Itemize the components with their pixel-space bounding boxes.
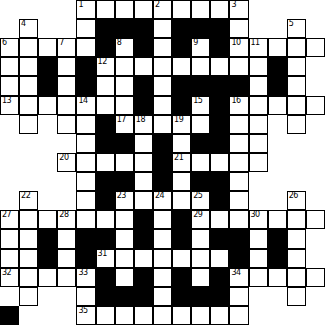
outside-area — [306, 172, 325, 191]
clue-number-5: 5 — [289, 19, 294, 29]
outside-area — [38, 134, 57, 153]
letter-cell-r3c15[interactable] — [287, 57, 306, 76]
letter-cell-r10c7[interactable] — [134, 191, 153, 210]
block-cell-r5c9 — [172, 96, 191, 115]
outside-area — [249, 306, 268, 325]
outside-area — [306, 191, 325, 210]
clue-number-32: 32 — [2, 268, 11, 278]
outside-area — [38, 287, 57, 306]
letter-cell-r4c5[interactable] — [96, 76, 115, 95]
letter-cell-r14c6[interactable] — [115, 268, 134, 287]
letter-cell-r0c8[interactable]: 2 — [153, 0, 172, 19]
letter-cell-r4c6[interactable] — [115, 76, 134, 95]
block-cell-r14c9 — [172, 268, 191, 287]
outside-area — [57, 306, 76, 325]
letter-cell-r3c5[interactable]: 12 — [96, 57, 115, 76]
letter-cell-r10c12[interactable] — [229, 191, 248, 210]
outside-area — [38, 115, 57, 134]
letter-cell-r13c13[interactable] — [249, 249, 268, 268]
letter-cell-r8c13[interactable] — [249, 153, 268, 172]
letter-cell-r1c8[interactable] — [153, 19, 172, 38]
letter-cell-r16c6[interactable] — [115, 306, 134, 325]
outside-area — [0, 287, 19, 306]
outside-area — [268, 115, 287, 134]
clue-number-26: 26 — [289, 191, 298, 201]
outside-area — [0, 19, 19, 38]
block-cell-r2c9 — [172, 38, 191, 57]
block-cell-r12c11 — [210, 229, 229, 248]
block-cell-r6c5 — [96, 115, 115, 134]
block-cell-r7c11 — [210, 134, 229, 153]
letter-cell-r13c11[interactable] — [210, 249, 229, 268]
block-cell-r11c7 — [134, 210, 153, 229]
outside-area — [249, 172, 268, 191]
letter-cell-r15c1[interactable] — [19, 287, 38, 306]
letter-cell-r13c0[interactable] — [0, 249, 19, 268]
letter-cell-r1c1[interactable]: 4 — [19, 19, 38, 38]
clue-number-30: 30 — [251, 210, 260, 220]
letter-cell-r9c9[interactable] — [172, 172, 191, 191]
letter-cell-r9c4[interactable] — [76, 172, 95, 191]
outside-area — [306, 306, 325, 325]
block-cell-r12c2 — [38, 229, 57, 248]
letter-cell-r5c15[interactable] — [287, 96, 306, 115]
outside-area — [0, 134, 19, 153]
letter-cell-r3c0[interactable] — [0, 57, 19, 76]
letter-cell-r11c12[interactable] — [229, 210, 248, 229]
block-cell-r7c10 — [191, 134, 210, 153]
letter-cell-r7c4[interactable] — [76, 134, 95, 153]
outside-area — [306, 57, 325, 76]
letter-cell-r2c8[interactable] — [153, 38, 172, 57]
letter-cell-r11c10[interactable]: 29 — [191, 210, 210, 229]
outside-area — [19, 134, 38, 153]
outside-area — [268, 19, 287, 38]
letter-cell-r5c10[interactable]: 15 — [191, 96, 210, 115]
block-cell-r14c7 — [134, 268, 153, 287]
clue-number-29: 29 — [193, 210, 202, 220]
letter-cell-r13c1[interactable] — [19, 249, 38, 268]
outside-area — [249, 191, 268, 210]
letter-cell-r11c1[interactable] — [19, 210, 38, 229]
letter-cell-r13c6[interactable] — [115, 249, 134, 268]
letter-cell-r16c5[interactable] — [96, 306, 115, 325]
outside-area — [306, 115, 325, 134]
letter-cell-r14c2[interactable] — [38, 268, 57, 287]
clue-number-15: 15 — [193, 96, 202, 106]
letter-cell-r0c10[interactable] — [191, 0, 210, 19]
letter-cell-r14c8[interactable] — [153, 268, 172, 287]
letter-cell-r2c0[interactable]: 6 — [0, 38, 19, 57]
block-cell-r12c7 — [134, 229, 153, 248]
letter-cell-r7c7[interactable] — [134, 134, 153, 153]
outside-area — [306, 76, 325, 95]
letter-cell-r3c3[interactable] — [57, 57, 76, 76]
letter-cell-r0c11[interactable] — [210, 0, 229, 19]
clue-number-3: 3 — [231, 0, 236, 10]
letter-cell-r5c6[interactable] — [115, 96, 134, 115]
letter-cell-r5c16[interactable] — [306, 96, 325, 115]
letter-cell-r11c3[interactable]: 28 — [57, 210, 76, 229]
outside-area — [38, 19, 57, 38]
outside-area — [268, 287, 287, 306]
letter-cell-r5c12[interactable]: 16 — [229, 96, 248, 115]
letter-cell-r12c1[interactable] — [19, 229, 38, 248]
block-cell-r9c11 — [210, 172, 229, 191]
block-cell-r15c10 — [191, 287, 210, 306]
outside-area — [0, 172, 19, 191]
letter-cell-r15c12[interactable] — [229, 287, 248, 306]
clue-number-28: 28 — [59, 210, 68, 220]
block-cell-r13c12 — [229, 249, 248, 268]
letter-cell-r16c9[interactable] — [172, 306, 191, 325]
outside-area — [268, 172, 287, 191]
block-cell-r14c5 — [96, 268, 115, 287]
letter-cell-r5c14[interactable] — [268, 96, 287, 115]
letter-cell-r13c8[interactable] — [153, 249, 172, 268]
letter-cell-r14c0[interactable]: 32 — [0, 268, 19, 287]
letter-cell-r7c12[interactable] — [229, 134, 248, 153]
clue-number-18: 18 — [136, 115, 145, 125]
letter-cell-r6c1[interactable] — [19, 115, 38, 134]
letter-cell-r8c3[interactable]: 20 — [57, 153, 76, 172]
block-cell-r1c11 — [210, 19, 229, 38]
letter-cell-r2c1[interactable] — [19, 38, 38, 57]
letter-cell-r2c12[interactable]: 10 — [229, 38, 248, 57]
letter-cell-r8c4[interactable] — [76, 153, 95, 172]
letter-cell-r12c0[interactable] — [0, 229, 19, 248]
block-cell-r13c14 — [268, 249, 287, 268]
letter-cell-r5c3[interactable] — [57, 96, 76, 115]
block-cell-r12c14 — [268, 229, 287, 248]
letter-cell-r8c6[interactable] — [115, 153, 134, 172]
outside-area — [0, 191, 19, 210]
letter-cell-r12c10[interactable] — [191, 229, 210, 248]
letter-cell-r0c9[interactable] — [172, 0, 191, 19]
outside-area — [306, 0, 325, 19]
clue-number-16: 16 — [231, 96, 240, 106]
letter-cell-r13c7[interactable] — [134, 249, 153, 268]
letter-cell-r6c7[interactable]: 18 — [134, 115, 153, 134]
outside-area — [57, 191, 76, 210]
letter-cell-r8c9[interactable]: 21 — [172, 153, 191, 172]
letter-cell-r16c12[interactable] — [229, 306, 248, 325]
block-cell-r4c4 — [76, 76, 95, 95]
letter-cell-r14c3[interactable] — [57, 268, 76, 287]
letter-cell-r13c3[interactable] — [57, 249, 76, 268]
letter-cell-r4c8[interactable] — [153, 76, 172, 95]
letter-cell-r6c12[interactable] — [229, 115, 248, 134]
letter-cell-r7c9[interactable] — [172, 134, 191, 153]
outside-area — [57, 0, 76, 19]
letter-cell-r5c0[interactable]: 13 — [0, 96, 19, 115]
outside-area — [57, 172, 76, 191]
clue-number-17: 17 — [117, 115, 126, 125]
outside-area — [306, 287, 325, 306]
clue-number-25: 25 — [193, 191, 202, 201]
letter-cell-r14c12[interactable]: 34 — [229, 268, 248, 287]
letter-cell-r14c16[interactable] — [306, 268, 325, 287]
letter-cell-r0c7[interactable] — [134, 0, 153, 19]
letter-cell-r5c1[interactable] — [19, 96, 38, 115]
outside-area — [249, 287, 268, 306]
letter-cell-r12c13[interactable] — [249, 229, 268, 248]
clue-number-20: 20 — [59, 153, 68, 163]
letter-cell-r14c10[interactable] — [191, 268, 210, 287]
letter-cell-r0c6[interactable] — [115, 0, 134, 19]
letter-cell-r9c7[interactable] — [134, 172, 153, 191]
clue-number-22: 22 — [21, 191, 30, 201]
letter-cell-r4c1[interactable] — [19, 76, 38, 95]
letter-cell-r2c10[interactable]: 9 — [191, 38, 210, 57]
outside-area — [306, 229, 325, 248]
block-cell-r1c10 — [191, 19, 210, 38]
clue-number-14: 14 — [78, 96, 87, 106]
clue-number-9: 9 — [193, 38, 198, 48]
letter-cell-r14c15[interactable] — [287, 268, 306, 287]
block-cell-r1c7 — [134, 19, 153, 38]
letter-cell-r10c9[interactable] — [172, 191, 191, 210]
letter-cell-r14c14[interactable] — [268, 268, 287, 287]
letter-cell-r11c4[interactable] — [76, 210, 95, 229]
letter-cell-r12c15[interactable] — [287, 229, 306, 248]
letter-cell-r9c12[interactable] — [229, 172, 248, 191]
letter-cell-r10c10[interactable]: 25 — [191, 191, 210, 210]
block-cell-r5c7 — [134, 96, 153, 115]
block-cell-r13c4 — [76, 249, 95, 268]
outside-area — [268, 191, 287, 210]
block-cell-r9c5 — [96, 172, 115, 191]
letter-cell-r3c8[interactable] — [153, 57, 172, 76]
block-cell-r4c10 — [191, 76, 210, 95]
letter-cell-r11c13[interactable]: 30 — [249, 210, 268, 229]
letter-cell-r11c6[interactable] — [115, 210, 134, 229]
block-cell-r9c10 — [191, 172, 210, 191]
letter-cell-r14c4[interactable]: 33 — [76, 268, 95, 287]
clue-number-8: 8 — [117, 38, 122, 48]
letter-cell-r11c8[interactable] — [153, 210, 172, 229]
letter-cell-r8c11[interactable] — [210, 153, 229, 172]
letter-cell-r11c5[interactable] — [96, 210, 115, 229]
letter-cell-r3c7[interactable] — [134, 57, 153, 76]
block-cell-r3c14 — [268, 57, 287, 76]
letter-cell-r6c8[interactable] — [153, 115, 172, 134]
block-cell-r1c5 — [96, 19, 115, 38]
letter-cell-r6c4[interactable] — [76, 115, 95, 134]
letter-cell-r2c14[interactable] — [268, 38, 287, 57]
block-cell-r11c9 — [172, 210, 191, 229]
block-cell-r15c5 — [96, 287, 115, 306]
block-cell-r4c7 — [134, 76, 153, 95]
letter-cell-r10c15[interactable]: 26 — [287, 191, 306, 210]
letter-cell-r1c15[interactable]: 5 — [287, 19, 306, 38]
letter-cell-r10c8[interactable]: 24 — [153, 191, 172, 210]
clue-number-34: 34 — [231, 268, 240, 278]
block-cell-r5c11 — [210, 96, 229, 115]
block-cell-r3c2 — [38, 57, 57, 76]
block-cell-r13c2 — [38, 249, 57, 268]
outside-area — [287, 306, 306, 325]
block-cell-r12c5 — [96, 229, 115, 248]
clue-number-31: 31 — [98, 249, 107, 259]
outside-area — [57, 287, 76, 306]
letter-cell-r12c6[interactable] — [115, 229, 134, 248]
letter-cell-r3c13[interactable] — [249, 57, 268, 76]
letter-cell-r2c6[interactable]: 8 — [115, 38, 134, 57]
letter-cell-r8c12[interactable] — [229, 153, 248, 172]
letter-cell-r2c4[interactable] — [76, 38, 95, 57]
letter-cell-r6c3[interactable] — [57, 115, 76, 134]
letter-cell-r14c13[interactable] — [249, 268, 268, 287]
letter-cell-r13c9[interactable] — [172, 249, 191, 268]
letter-cell-r3c1[interactable] — [19, 57, 38, 76]
outside-area — [38, 0, 57, 19]
letter-cell-r10c1[interactable]: 22 — [19, 191, 38, 210]
block-cell-r4c14 — [268, 76, 287, 95]
block-cell-r7c5 — [96, 134, 115, 153]
letter-cell-r2c3[interactable]: 7 — [57, 38, 76, 57]
block-cell-r8c8 — [153, 153, 172, 172]
letter-cell-r5c5[interactable] — [96, 96, 115, 115]
block-cell-r12c9 — [172, 229, 191, 248]
outside-area — [268, 134, 287, 153]
letter-cell-r5c4[interactable]: 14 — [76, 96, 95, 115]
letter-cell-r0c4[interactable]: 1 — [76, 0, 95, 19]
outside-area — [249, 0, 268, 19]
letter-cell-r11c15[interactable] — [287, 210, 306, 229]
outside-area — [0, 0, 19, 19]
letter-cell-r6c6[interactable]: 17 — [115, 115, 134, 134]
letter-cell-r3c10[interactable] — [191, 57, 210, 76]
letter-cell-r4c13[interactable] — [249, 76, 268, 95]
letter-cell-r3c9[interactable] — [172, 57, 191, 76]
clue-number-6: 6 — [2, 38, 7, 48]
letter-cell-r8c7[interactable] — [134, 153, 153, 172]
block-cell-r9c8 — [153, 172, 172, 191]
outside-area — [306, 153, 325, 172]
letter-cell-r2c13[interactable]: 11 — [249, 38, 268, 57]
clue-number-27: 27 — [2, 210, 11, 220]
letter-cell-r5c2[interactable] — [38, 96, 57, 115]
letter-cell-r11c16[interactable] — [306, 210, 325, 229]
letter-cell-r5c8[interactable] — [153, 96, 172, 115]
letter-cell-r10c4[interactable] — [76, 191, 95, 210]
letter-cell-r3c12[interactable] — [229, 57, 248, 76]
letter-cell-r6c9[interactable]: 19 — [172, 115, 191, 134]
block-cell-r2c11 — [210, 38, 229, 57]
letter-cell-r11c11[interactable] — [210, 210, 229, 229]
outside-area — [19, 306, 38, 325]
letter-cell-r11c14[interactable] — [268, 210, 287, 229]
letter-cell-r6c15[interactable] — [287, 115, 306, 134]
block-cell-r9c6 — [115, 172, 134, 191]
letter-cell-r12c8[interactable] — [153, 229, 172, 248]
letter-cell-r16c8[interactable] — [153, 306, 172, 325]
block-cell-r10c5 — [96, 191, 115, 210]
outside-area — [249, 19, 268, 38]
letter-cell-r7c13[interactable] — [249, 134, 268, 153]
letter-cell-r4c3[interactable] — [57, 76, 76, 95]
letter-cell-r1c12[interactable] — [229, 19, 248, 38]
clue-number-19: 19 — [174, 115, 183, 125]
letter-cell-r2c16[interactable] — [306, 38, 325, 57]
clue-number-12: 12 — [98, 57, 107, 67]
letter-cell-r0c12[interactable]: 3 — [229, 0, 248, 19]
outside-area — [287, 153, 306, 172]
letter-cell-r13c10[interactable] — [191, 249, 210, 268]
letter-cell-r11c0[interactable]: 27 — [0, 210, 19, 229]
clue-number-10: 10 — [231, 38, 240, 48]
letter-cell-r16c7[interactable] — [134, 306, 153, 325]
block-cell-r4c12 — [229, 76, 248, 95]
clue-number-21: 21 — [174, 153, 183, 163]
outside-area — [57, 19, 76, 38]
letter-cell-r2c2[interactable] — [38, 38, 57, 57]
clue-number-11: 11 — [251, 38, 260, 48]
outside-area — [268, 0, 287, 19]
letter-cell-r1c4[interactable] — [76, 19, 95, 38]
block-cell-r15c11 — [210, 287, 229, 306]
block-cell-r10c11 — [210, 191, 229, 210]
letter-cell-r6c10[interactable] — [191, 115, 210, 134]
letter-cell-r14c1[interactable] — [19, 268, 38, 287]
outside-area — [19, 172, 38, 191]
outside-area — [19, 0, 38, 19]
clue-number-4: 4 — [21, 19, 26, 29]
block-cell-r1c6 — [115, 19, 134, 38]
block-cell-r15c7 — [134, 287, 153, 306]
letter-cell-r12c3[interactable] — [57, 229, 76, 248]
letter-cell-r4c0[interactable] — [0, 76, 19, 95]
letter-cell-r11c2[interactable] — [38, 210, 57, 229]
clue-number-13: 13 — [2, 96, 11, 106]
letter-cell-r13c5[interactable]: 31 — [96, 249, 115, 268]
block-cell-r4c11 — [210, 76, 229, 95]
letter-cell-r2c15[interactable] — [287, 38, 306, 57]
letter-cell-r3c11[interactable] — [210, 57, 229, 76]
letter-cell-r15c15[interactable] — [287, 287, 306, 306]
letter-cell-r4c15[interactable] — [287, 76, 306, 95]
block-cell-r16c0 — [0, 306, 19, 325]
outside-area — [306, 19, 325, 38]
letter-cell-r13c15[interactable] — [287, 249, 306, 268]
letter-cell-r16c4[interactable]: 35 — [76, 306, 95, 325]
letter-cell-r15c4[interactable] — [76, 287, 95, 306]
letter-cell-r16c11[interactable] — [210, 306, 229, 325]
outside-area — [306, 134, 325, 153]
outside-area — [268, 153, 287, 172]
outside-area — [38, 172, 57, 191]
letter-cell-r6c13[interactable] — [249, 115, 268, 134]
outside-area — [287, 0, 306, 19]
letter-cell-r5c13[interactable] — [249, 96, 268, 115]
block-cell-r2c7 — [134, 38, 153, 57]
letter-cell-r8c10[interactable] — [191, 153, 210, 172]
letter-cell-r15c8[interactable] — [153, 287, 172, 306]
clue-number-35: 35 — [78, 306, 87, 316]
block-cell-r2c5 — [96, 38, 115, 57]
outside-area — [19, 153, 38, 172]
letter-cell-r10c6[interactable]: 23 — [115, 191, 134, 210]
outside-area — [57, 134, 76, 153]
letter-cell-r3c6[interactable] — [115, 57, 134, 76]
letter-cell-r0c5[interactable] — [96, 0, 115, 19]
block-cell-r14c11 — [210, 268, 229, 287]
block-cell-r3c4 — [76, 57, 95, 76]
outside-area — [0, 153, 19, 172]
letter-cell-r8c5[interactable] — [96, 153, 115, 172]
letter-cell-r16c10[interactable] — [191, 306, 210, 325]
